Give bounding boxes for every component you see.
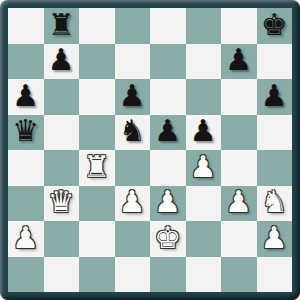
square-f4[interactable]: ♟ (186, 150, 222, 186)
square-e6[interactable] (150, 79, 186, 115)
black-knight-d5-piece: ♞ (119, 116, 146, 146)
square-a5[interactable]: ♛ (8, 115, 44, 151)
black-queen-a5-piece: ♛ (12, 116, 39, 146)
square-h3[interactable]: ♞ (257, 186, 293, 222)
black-king-h8-piece: ♚ (261, 10, 288, 40)
square-c1[interactable] (79, 257, 115, 293)
square-a8[interactable] (8, 8, 44, 44)
white-pawn-a2-piece: ♟ (12, 223, 39, 253)
white-king-e2-piece: ♚ (154, 223, 181, 253)
square-h6[interactable]: ♟ (257, 79, 293, 115)
square-a2[interactable]: ♟ (8, 221, 44, 257)
square-f8[interactable] (186, 8, 222, 44)
square-d6[interactable]: ♟ (115, 79, 151, 115)
black-pawn-d6-piece: ♟ (119, 81, 146, 111)
square-b5[interactable] (44, 115, 80, 151)
square-c3[interactable] (79, 186, 115, 222)
square-d2[interactable] (115, 221, 151, 257)
square-h4[interactable] (257, 150, 293, 186)
white-queen-b3-piece: ♛ (48, 187, 75, 217)
square-b6[interactable] (44, 79, 80, 115)
square-e3[interactable]: ♟ (150, 186, 186, 222)
black-pawn-b7-piece: ♟ (48, 45, 75, 75)
square-g5[interactable] (221, 115, 257, 151)
white-knight-h3-piece: ♞ (261, 187, 288, 217)
square-e1[interactable] (150, 257, 186, 293)
square-f1[interactable] (186, 257, 222, 293)
black-pawn-a6-piece: ♟ (12, 81, 39, 111)
square-e2[interactable]: ♚ (150, 221, 186, 257)
square-d8[interactable] (115, 8, 151, 44)
square-c6[interactable] (79, 79, 115, 115)
white-pawn-g3-piece: ♟ (225, 187, 252, 217)
square-b8[interactable]: ♜ (44, 8, 80, 44)
square-c4[interactable]: ♜ (79, 150, 115, 186)
white-pawn-e3-piece: ♟ (154, 187, 181, 217)
square-b4[interactable] (44, 150, 80, 186)
square-d1[interactable] (115, 257, 151, 293)
white-pawn-h2-piece: ♟ (261, 223, 288, 253)
black-rook-b8-piece: ♜ (48, 10, 75, 40)
square-e5[interactable]: ♟ (150, 115, 186, 151)
square-g4[interactable] (221, 150, 257, 186)
square-c5[interactable] (79, 115, 115, 151)
square-c2[interactable] (79, 221, 115, 257)
square-f2[interactable] (186, 221, 222, 257)
square-b3[interactable]: ♛ (44, 186, 80, 222)
square-c8[interactable] (79, 8, 115, 44)
square-f7[interactable] (186, 44, 222, 80)
square-g3[interactable]: ♟ (221, 186, 257, 222)
square-e4[interactable] (150, 150, 186, 186)
square-b1[interactable] (44, 257, 80, 293)
square-a7[interactable] (8, 44, 44, 80)
square-b2[interactable] (44, 221, 80, 257)
square-d7[interactable] (115, 44, 151, 80)
square-f6[interactable] (186, 79, 222, 115)
black-pawn-h6-piece: ♟ (261, 81, 288, 111)
square-h7[interactable] (257, 44, 293, 80)
square-g6[interactable] (221, 79, 257, 115)
square-a1[interactable] (8, 257, 44, 293)
square-d3[interactable]: ♟ (115, 186, 151, 222)
white-pawn-d3-piece: ♟ (119, 187, 146, 217)
square-g7[interactable]: ♟ (221, 44, 257, 80)
chess-board: ♜♚♟♟♟♟♟♛♞♟♟♜♟♛♟♟♟♞♟♚♟ (8, 8, 292, 292)
square-h2[interactable]: ♟ (257, 221, 293, 257)
square-c7[interactable] (79, 44, 115, 80)
square-e7[interactable] (150, 44, 186, 80)
square-a4[interactable] (8, 150, 44, 186)
square-b7[interactable]: ♟ (44, 44, 80, 80)
square-d5[interactable]: ♞ (115, 115, 151, 151)
square-e8[interactable] (150, 8, 186, 44)
white-rook-c4-piece: ♜ (83, 152, 110, 182)
square-f3[interactable] (186, 186, 222, 222)
square-a3[interactable] (8, 186, 44, 222)
square-h8[interactable]: ♚ (257, 8, 293, 44)
black-pawn-f5-piece: ♟ (190, 116, 217, 146)
square-a6[interactable]: ♟ (8, 79, 44, 115)
square-g2[interactable] (221, 221, 257, 257)
white-pawn-f4-piece: ♟ (190, 152, 217, 182)
square-g8[interactable] (221, 8, 257, 44)
black-pawn-e5-piece: ♟ (154, 116, 181, 146)
square-g1[interactable] (221, 257, 257, 293)
square-h5[interactable] (257, 115, 293, 151)
square-h1[interactable] (257, 257, 293, 293)
square-d4[interactable] (115, 150, 151, 186)
square-f5[interactable]: ♟ (186, 115, 222, 151)
black-pawn-g7-piece: ♟ (225, 45, 252, 75)
board-frame: ♜♚♟♟♟♟♟♛♞♟♟♜♟♛♟♟♟♞♟♚♟ (0, 0, 300, 300)
